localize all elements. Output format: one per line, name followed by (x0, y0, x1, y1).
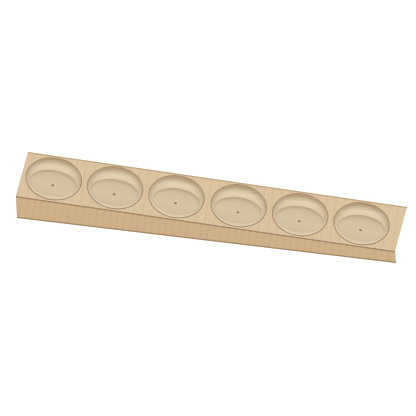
pit-4[interactable] (208, 180, 271, 231)
pit-3[interactable] (146, 171, 209, 222)
drill-center-mark-icon (360, 229, 363, 231)
drill-center-mark-icon (113, 193, 116, 195)
drill-center-mark-icon (175, 202, 178, 204)
pit-6[interactable] (331, 198, 394, 249)
pit-5[interactable] (269, 189, 332, 240)
drill-center-mark-icon (236, 211, 239, 213)
drill-center-mark-icon (298, 220, 301, 222)
pit-2[interactable] (84, 162, 147, 213)
wooden-mancala-tray-photo (0, 0, 416, 416)
drill-center-mark-icon (51, 184, 54, 186)
pit-1[interactable] (23, 153, 86, 204)
